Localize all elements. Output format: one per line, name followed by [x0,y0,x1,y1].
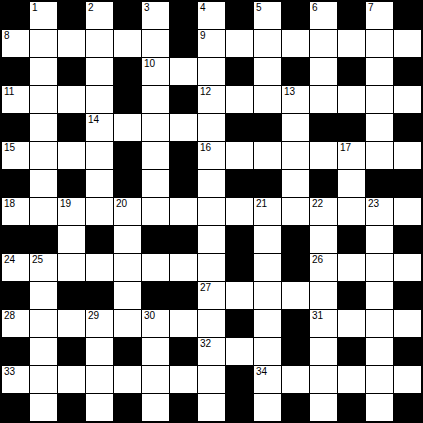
white-cell[interactable] [114,310,141,337]
white-cell[interactable] [58,226,85,253]
white-cell[interactable] [366,30,393,57]
white-cell[interactable]: 1 [30,2,57,29]
black-cell [170,282,197,309]
white-cell[interactable] [30,394,57,421]
white-cell[interactable] [58,254,85,281]
white-cell[interactable] [366,114,393,141]
white-cell[interactable] [338,30,365,57]
white-cell[interactable] [282,170,309,197]
white-cell[interactable] [338,366,365,393]
black-cell [2,226,29,253]
white-cell[interactable] [254,310,281,337]
black-cell [282,254,309,281]
black-cell [282,2,309,29]
white-cell[interactable] [86,366,113,393]
black-cell [170,30,197,57]
white-cell[interactable]: 31 [310,310,337,337]
white-cell[interactable] [142,366,169,393]
clue-number: 27 [200,283,211,293]
white-cell[interactable] [30,170,57,197]
white-cell[interactable] [86,142,113,169]
white-cell[interactable] [86,198,113,225]
white-cell[interactable] [58,366,85,393]
clue-number: 33 [4,367,15,377]
clue-number: 25 [32,255,43,265]
black-cell [282,58,309,85]
white-cell[interactable]: 9 [198,30,225,57]
clue-number: 20 [116,199,127,209]
black-cell [310,114,337,141]
black-cell [30,226,57,253]
black-cell [58,338,85,365]
white-cell[interactable] [142,86,169,113]
white-cell[interactable]: 24 [2,254,29,281]
white-cell[interactable] [366,310,393,337]
white-cell[interactable] [254,86,281,113]
white-cell[interactable]: 4 [198,2,225,29]
black-cell [2,394,29,421]
white-cell[interactable] [114,282,141,309]
white-cell[interactable]: 25 [30,254,57,281]
white-cell[interactable] [30,310,57,337]
clue-number: 18 [4,199,15,209]
clue-number: 13 [284,87,295,97]
black-cell [114,142,141,169]
white-cell[interactable]: 5 [254,2,281,29]
white-cell[interactable]: 32 [198,338,225,365]
black-cell [338,226,365,253]
clue-number: 6 [312,3,318,13]
white-cell[interactable] [366,338,393,365]
black-cell [226,2,253,29]
black-cell [394,2,421,29]
black-cell [226,226,253,253]
white-cell[interactable] [338,170,365,197]
white-cell[interactable]: 20 [114,198,141,225]
clue-number: 19 [60,199,71,209]
white-cell[interactable] [198,58,225,85]
white-cell[interactable] [254,142,281,169]
clue-number: 1 [32,3,38,13]
white-cell[interactable] [86,58,113,85]
white-cell[interactable] [254,338,281,365]
clue-number: 8 [4,31,10,41]
black-cell [338,282,365,309]
black-cell [338,338,365,365]
white-cell[interactable] [30,114,57,141]
white-cell[interactable] [30,366,57,393]
white-cell[interactable] [338,310,365,337]
white-cell[interactable] [226,86,253,113]
black-cell [2,170,29,197]
white-cell[interactable] [142,394,169,421]
white-cell[interactable]: 10 [142,58,169,85]
white-cell[interactable] [142,142,169,169]
white-cell[interactable] [310,338,337,365]
clue-number: 12 [200,87,211,97]
white-cell[interactable] [170,114,197,141]
white-cell[interactable] [366,58,393,85]
black-cell [2,2,29,29]
black-cell [58,2,85,29]
white-cell[interactable] [282,282,309,309]
black-cell [170,338,197,365]
white-cell[interactable] [142,30,169,57]
white-cell[interactable] [310,58,337,85]
white-cell[interactable] [338,254,365,281]
white-cell[interactable]: 26 [310,254,337,281]
white-cell[interactable] [114,30,141,57]
white-cell[interactable] [310,226,337,253]
white-cell[interactable] [310,30,337,57]
clue-number: 26 [312,255,323,265]
black-cell [114,338,141,365]
black-cell [58,282,85,309]
black-cell [170,226,197,253]
white-cell[interactable]: 18 [2,198,29,225]
white-cell[interactable] [254,254,281,281]
black-cell [394,338,421,365]
black-cell [310,170,337,197]
clue-number: 34 [256,367,267,377]
white-cell[interactable]: 27 [198,282,225,309]
white-cell[interactable]: 33 [2,366,29,393]
white-cell[interactable] [366,226,393,253]
clue-number: 16 [200,143,211,153]
white-cell[interactable] [86,30,113,57]
white-cell[interactable] [282,198,309,225]
clue-number: 29 [88,311,99,321]
black-cell [2,282,29,309]
white-cell[interactable] [198,170,225,197]
white-cell[interactable] [226,338,253,365]
clue-number: 31 [312,311,323,321]
white-cell[interactable] [86,170,113,197]
white-cell[interactable] [282,366,309,393]
black-cell [58,114,85,141]
black-cell [394,170,421,197]
white-cell[interactable] [394,366,421,393]
black-cell [338,394,365,421]
white-cell[interactable] [114,254,141,281]
white-cell[interactable] [282,114,309,141]
white-cell[interactable] [254,226,281,253]
black-cell [170,2,197,29]
white-cell[interactable] [310,282,337,309]
white-cell[interactable]: 12 [198,86,225,113]
clue-number: 7 [368,3,374,13]
white-cell[interactable]: 8 [2,30,29,57]
black-cell [58,394,85,421]
black-cell [394,394,421,421]
white-cell[interactable]: 7 [366,2,393,29]
white-cell[interactable]: 14 [86,114,113,141]
white-cell[interactable]: 23 [366,198,393,225]
black-cell [86,226,113,253]
white-cell[interactable] [58,30,85,57]
clue-number: 14 [88,115,99,125]
white-cell[interactable]: 21 [254,198,281,225]
black-cell [282,226,309,253]
white-cell[interactable] [58,86,85,113]
black-cell [394,226,421,253]
white-cell[interactable] [30,282,57,309]
white-cell[interactable] [226,282,253,309]
black-cell [226,170,253,197]
white-cell[interactable] [86,86,113,113]
black-cell [282,338,309,365]
clue-number: 5 [256,3,262,13]
white-cell[interactable] [310,366,337,393]
white-cell[interactable] [58,142,85,169]
white-cell[interactable] [30,142,57,169]
clue-number: 21 [256,199,267,209]
clue-number: 2 [88,3,94,13]
black-cell [282,310,309,337]
black-cell [114,2,141,29]
white-cell[interactable]: 28 [2,310,29,337]
black-cell [2,58,29,85]
black-cell [226,58,253,85]
white-cell[interactable]: 3 [142,2,169,29]
clue-number: 22 [312,199,323,209]
black-cell [170,86,197,113]
clue-number: 17 [340,143,351,153]
white-cell[interactable] [198,366,225,393]
white-cell[interactable] [394,86,421,113]
black-cell [338,58,365,85]
white-cell[interactable] [366,394,393,421]
black-cell [226,310,253,337]
white-cell[interactable] [394,198,421,225]
white-cell[interactable] [282,142,309,169]
white-cell[interactable]: 6 [310,2,337,29]
white-cell[interactable] [170,366,197,393]
clue-number: 24 [4,255,15,265]
white-cell[interactable] [198,394,225,421]
white-cell[interactable]: 34 [254,366,281,393]
white-cell[interactable] [394,310,421,337]
black-cell [254,114,281,141]
white-cell[interactable]: 17 [338,142,365,169]
black-cell [394,58,421,85]
white-cell[interactable] [366,86,393,113]
white-cell[interactable]: 15 [2,142,29,169]
black-cell [114,170,141,197]
black-cell [170,170,197,197]
white-cell[interactable] [394,254,421,281]
white-cell[interactable] [142,170,169,197]
black-cell [338,2,365,29]
white-cell[interactable] [338,198,365,225]
black-cell [142,226,169,253]
white-cell[interactable] [310,86,337,113]
clue-number: 3 [144,3,150,13]
white-cell[interactable] [170,310,197,337]
black-cell [170,394,197,421]
white-cell[interactable]: 16 [198,142,225,169]
white-cell[interactable]: 11 [2,86,29,113]
white-cell[interactable] [142,338,169,365]
black-cell [366,170,393,197]
white-cell[interactable] [142,254,169,281]
white-cell[interactable]: 2 [86,2,113,29]
black-cell [58,170,85,197]
white-cell[interactable] [170,58,197,85]
black-cell [394,114,421,141]
white-cell[interactable] [254,394,281,421]
white-cell[interactable] [86,254,113,281]
white-cell[interactable] [282,30,309,57]
white-cell[interactable] [366,282,393,309]
black-cell [338,114,365,141]
white-cell[interactable] [394,30,421,57]
black-cell [114,394,141,421]
black-cell [58,58,85,85]
white-cell[interactable] [366,142,393,169]
black-cell [142,282,169,309]
white-cell[interactable] [198,198,225,225]
white-cell[interactable] [394,142,421,169]
white-cell[interactable]: 13 [282,86,309,113]
clue-number: 10 [144,59,155,69]
white-cell[interactable]: 22 [310,198,337,225]
white-cell[interactable] [310,394,337,421]
black-cell [394,282,421,309]
white-cell[interactable] [30,338,57,365]
white-cell[interactable] [310,142,337,169]
black-cell [226,394,253,421]
white-cell[interactable] [198,254,225,281]
clue-number: 28 [4,311,15,321]
white-cell[interactable] [226,142,253,169]
black-cell [114,86,141,113]
white-cell[interactable] [142,114,169,141]
white-cell[interactable] [170,198,197,225]
white-cell[interactable] [254,58,281,85]
white-cell[interactable] [86,394,113,421]
white-cell[interactable] [198,310,225,337]
black-cell [226,254,253,281]
white-cell[interactable] [30,58,57,85]
white-cell[interactable] [170,254,197,281]
white-cell[interactable] [198,226,225,253]
white-cell[interactable] [366,366,393,393]
white-cell[interactable] [226,198,253,225]
white-cell[interactable] [114,226,141,253]
white-cell[interactable] [226,30,253,57]
white-cell[interactable]: 29 [86,310,113,337]
white-cell[interactable] [366,254,393,281]
black-cell [2,338,29,365]
white-cell[interactable] [254,30,281,57]
white-cell[interactable] [114,114,141,141]
white-cell[interactable] [198,114,225,141]
white-cell[interactable] [254,282,281,309]
clue-number: 9 [200,31,206,41]
black-cell [170,142,197,169]
white-cell[interactable]: 30 [142,310,169,337]
black-cell [282,394,309,421]
clue-number: 11 [4,87,14,97]
black-cell [254,170,281,197]
black-cell [86,282,113,309]
white-cell[interactable]: 19 [58,198,85,225]
white-cell[interactable] [86,338,113,365]
clue-number: 30 [144,311,155,321]
white-cell[interactable] [338,86,365,113]
white-cell[interactable] [114,366,141,393]
clue-number: 23 [368,199,379,209]
clue-number: 15 [4,143,15,153]
white-cell[interactable] [30,30,57,57]
clue-number: 4 [200,3,206,13]
black-cell [226,114,253,141]
black-cell [114,58,141,85]
clue-number: 32 [200,339,211,349]
crossword-grid: 1234567891011121314151617181920212223242… [0,0,423,423]
white-cell[interactable] [58,310,85,337]
black-cell [226,366,253,393]
black-cell [2,114,29,141]
white-cell[interactable] [30,86,57,113]
white-cell[interactable] [30,198,57,225]
white-cell[interactable] [142,198,169,225]
